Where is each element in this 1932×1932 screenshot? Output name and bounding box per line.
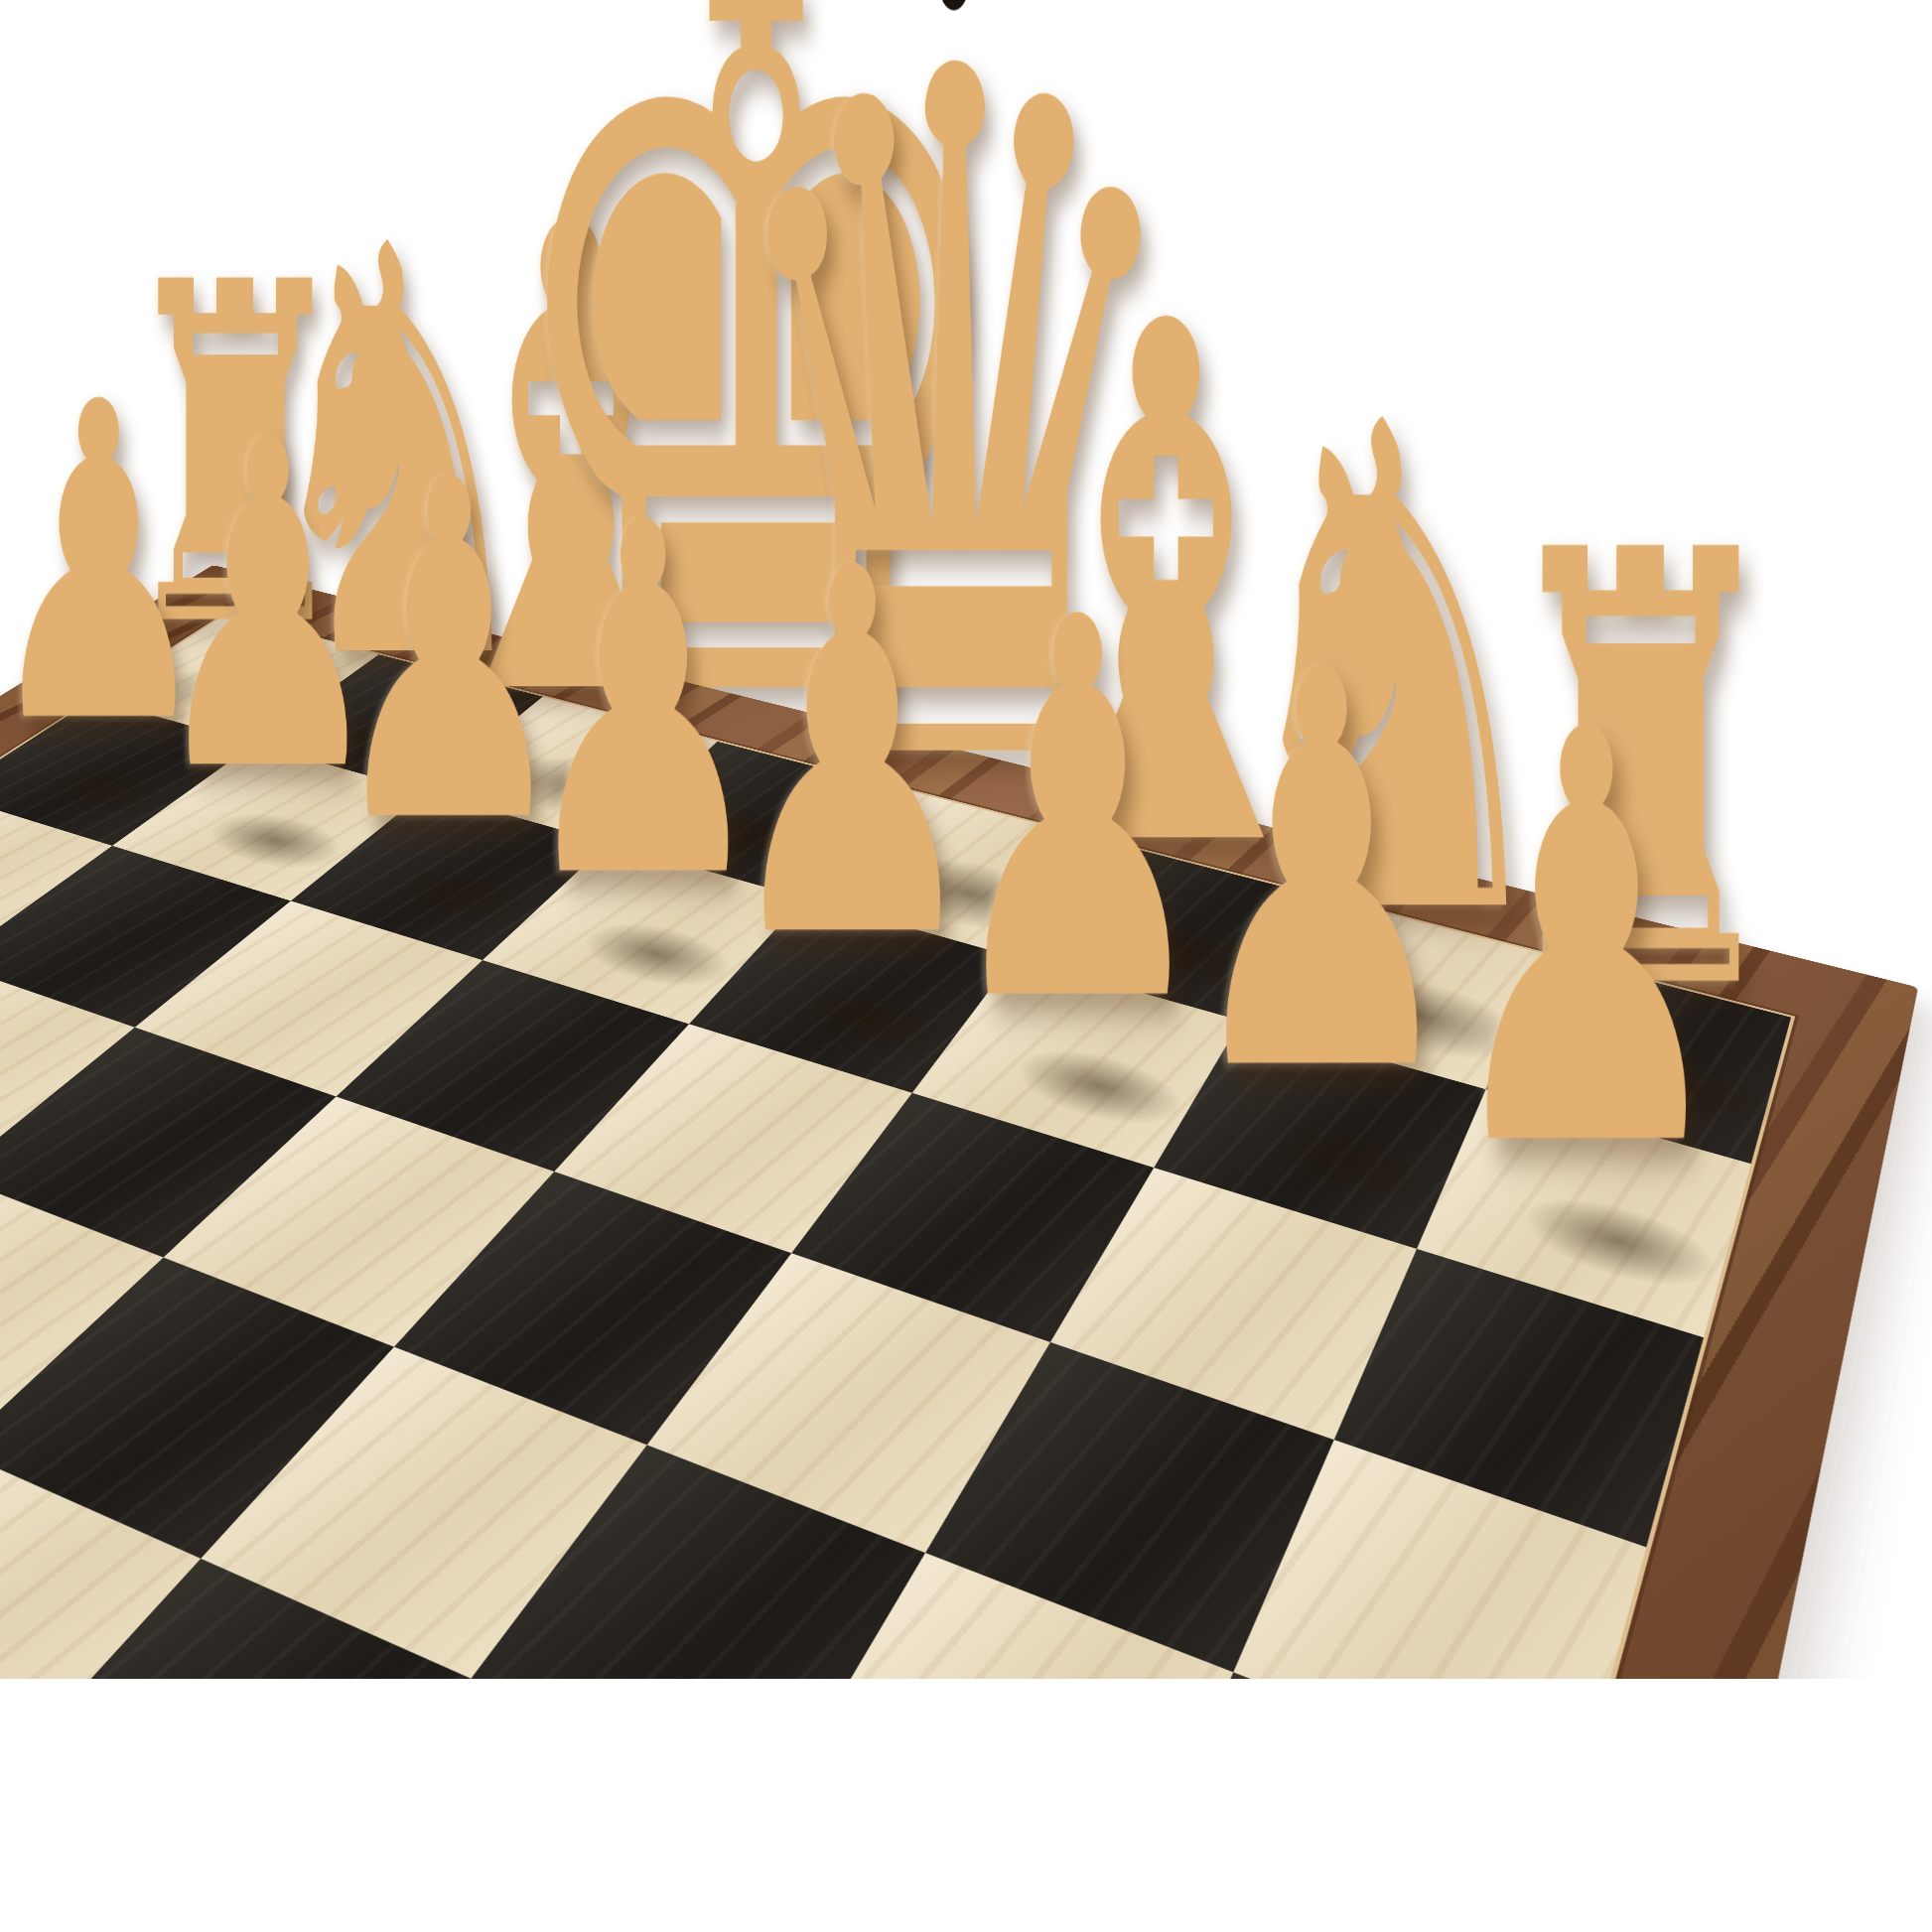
square-b4 xyxy=(925,1342,1334,1672)
pawn-glyph: ♟ xyxy=(1438,671,1735,1210)
square-c4 xyxy=(647,1253,1050,1553)
pawn-glyph: ♟ xyxy=(940,564,1214,1060)
square-e3 xyxy=(337,960,690,1172)
product-photo-canvas: ♜♞♝♚♛♝♞♜♟♟♟♟♟♟♟♟ xyxy=(0,0,1932,1932)
square-f3 xyxy=(135,900,483,1096)
square-d5 xyxy=(201,1347,646,1679)
square-d4 xyxy=(394,1172,791,1445)
square-f5 xyxy=(0,1175,164,1450)
square-e5 xyxy=(0,1258,394,1559)
square-e4 xyxy=(164,1096,555,1346)
square-g4 xyxy=(0,963,135,1175)
photo-bottom-crop xyxy=(0,1679,1932,1932)
photo-scene: ♜♞♝♚♛♝♞♜♟♟♟♟♟♟♟♟ xyxy=(0,0,1932,1932)
square-g3 xyxy=(0,846,291,1028)
square-f4 xyxy=(0,1028,337,1258)
pawn-glyph: ♟ xyxy=(1178,616,1463,1133)
